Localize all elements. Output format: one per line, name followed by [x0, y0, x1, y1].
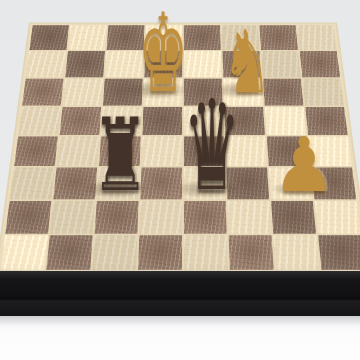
- board-frame: [0, 271, 360, 316]
- piece-white-pawn-g3: ♟: [273, 127, 336, 202]
- chessboard-photo-scene: ♚♞♜♛♟: [0, 0, 360, 360]
- square-a8: [29, 25, 68, 50]
- piece-black-queen-e3: ♛: [183, 84, 240, 209]
- square-g1: [273, 235, 319, 270]
- square-c1: [92, 235, 137, 270]
- square-b1: [46, 235, 92, 270]
- square-d1: [138, 235, 182, 270]
- square-b8: [68, 25, 107, 50]
- square-h7: [300, 51, 340, 77]
- square-a4: [14, 136, 58, 166]
- square-a6: [22, 78, 63, 105]
- square-a3: [10, 168, 55, 199]
- square-b7: [65, 51, 105, 77]
- square-b2: [50, 200, 95, 233]
- square-h1: [318, 235, 360, 270]
- square-a2: [5, 200, 51, 233]
- square-h6: [302, 78, 343, 105]
- piece-black-rook-c3: ♜: [91, 105, 149, 206]
- square-e1: [184, 235, 228, 270]
- piece-white-king-d6: ♚: [138, 0, 188, 108]
- square-e8: [184, 25, 221, 50]
- square-a5: [18, 107, 60, 135]
- square-a1: [1, 235, 48, 270]
- square-e7: [184, 51, 222, 77]
- square-h8: [297, 25, 336, 50]
- square-f1: [229, 235, 274, 270]
- square-a7: [26, 51, 66, 77]
